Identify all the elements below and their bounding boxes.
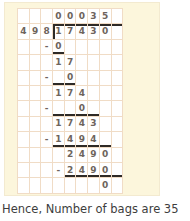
grid-cell	[88, 86, 100, 101]
grid-cell: 0	[53, 9, 65, 24]
grid-cell	[30, 71, 42, 86]
grid-cell	[30, 163, 42, 178]
grid-cell	[18, 148, 30, 163]
grid-cell: 7	[65, 86, 77, 101]
grid-cell	[41, 178, 53, 193]
grid-cell	[30, 55, 42, 70]
grid-cell	[30, 9, 42, 24]
grid-cell: 3	[88, 117, 100, 132]
grid-cell	[41, 117, 53, 132]
grid-cell	[88, 178, 100, 193]
grid-cell: 0	[76, 9, 88, 24]
grid-cell: -	[41, 40, 53, 55]
grid-cell	[30, 86, 42, 101]
grid-cell: 9	[76, 132, 88, 147]
grid-cell: 9	[30, 24, 42, 39]
grid-cell	[65, 40, 77, 55]
grid-cell	[18, 86, 30, 101]
grid-cell	[112, 40, 124, 55]
grid-cell	[53, 101, 65, 116]
grid-cell	[112, 24, 124, 39]
long-division-grid: 0003549817430-017-0174-01743-14942490-24…	[17, 8, 123, 194]
worksheet-panel: 0003549817430-017-0174-01743-14942490-24…	[4, 2, 160, 196]
grid-cell	[41, 163, 53, 178]
grid-cell	[112, 148, 124, 163]
grid-cell	[76, 55, 88, 70]
grid-cell: 7	[65, 24, 77, 39]
grid-cell: 0	[100, 148, 112, 163]
grid-cell: 7	[65, 117, 77, 132]
grid-cell	[88, 55, 100, 70]
conclusion-text: Hence, Number of bags are 35	[2, 202, 190, 216]
grid-cell	[100, 132, 112, 147]
grid-cell	[18, 9, 30, 24]
grid-cell: 4	[76, 24, 88, 39]
grid-cell: 1	[53, 55, 65, 70]
grid-cell	[100, 55, 112, 70]
grid-cell: 0	[65, 9, 77, 24]
grid-cell: 0	[53, 40, 65, 55]
grid-cell	[112, 178, 124, 193]
grid-cell: 4	[76, 117, 88, 132]
grid-cell: 4	[76, 86, 88, 101]
grid-cell: 0	[100, 24, 112, 39]
grid-cell	[76, 71, 88, 86]
grid-cell: 4	[76, 148, 88, 163]
grid-cell	[76, 178, 88, 193]
grid-cell: 0	[100, 163, 112, 178]
grid-cell	[53, 178, 65, 193]
grid-cell: 2	[65, 163, 77, 178]
grid-cell	[30, 132, 42, 147]
grid-cell: 1	[53, 117, 65, 132]
grid-cell: 4	[88, 132, 100, 147]
grid-cell	[18, 55, 30, 70]
grid-cell: 9	[88, 163, 100, 178]
grid-cell	[53, 71, 65, 86]
grid-cell	[88, 101, 100, 116]
grid-cell	[18, 163, 30, 178]
grid-cell	[30, 101, 42, 116]
grid-cell: 1	[53, 86, 65, 101]
grid-cell: 1	[53, 24, 65, 39]
grid-cell	[100, 71, 112, 86]
grid-cell	[18, 117, 30, 132]
grid-cell	[112, 71, 124, 86]
grid-cell	[53, 148, 65, 163]
grid-cell: -	[41, 101, 53, 116]
grid-cell	[18, 40, 30, 55]
grid-cell: 4	[76, 163, 88, 178]
grid-cell	[30, 148, 42, 163]
grid-cell	[41, 55, 53, 70]
grid-cell: -	[41, 132, 53, 147]
grid-cell	[41, 9, 53, 24]
grid-cell: 5	[100, 9, 112, 24]
grid-cell	[100, 117, 112, 132]
grid-cell	[112, 86, 124, 101]
grid-cell	[65, 101, 77, 116]
grid-cell	[112, 9, 124, 24]
grid-cell: 1	[53, 132, 65, 147]
grid-cell	[88, 40, 100, 55]
grid-cell: 0	[100, 178, 112, 193]
grid-cell	[112, 163, 124, 178]
grid-cell: 8	[41, 24, 53, 39]
grid-cell	[100, 101, 112, 116]
grid-cell: 2	[65, 148, 77, 163]
grid-cell: -	[41, 71, 53, 86]
grid-cell	[100, 40, 112, 55]
grid-cell	[18, 101, 30, 116]
grid-cell: 3	[88, 24, 100, 39]
grid-cell	[18, 71, 30, 86]
grid-cell: 0	[65, 71, 77, 86]
grid-cell: -	[53, 163, 65, 178]
grid-cell	[112, 55, 124, 70]
grid-cell	[30, 117, 42, 132]
grid-cell	[88, 71, 100, 86]
worksheet: 0003549817430-017-0174-01743-14942490-24…	[0, 0, 190, 221]
grid-cell	[76, 40, 88, 55]
grid-cell: 4	[65, 132, 77, 147]
grid-cell	[41, 86, 53, 101]
grid-cell	[112, 132, 124, 147]
grid-cell	[100, 86, 112, 101]
grid-cell: 3	[88, 9, 100, 24]
grid-cell: 4	[18, 24, 30, 39]
grid-cell	[112, 101, 124, 116]
grid-cell	[112, 117, 124, 132]
grid-cell	[65, 178, 77, 193]
grid-cell	[41, 148, 53, 163]
grid-cell	[18, 132, 30, 147]
grid-cell	[18, 178, 30, 193]
grid-cell: 0	[76, 101, 88, 116]
grid-cell	[30, 40, 42, 55]
grid-cell: 7	[65, 55, 77, 70]
grid-cell	[30, 178, 42, 193]
grid-cell: 9	[88, 148, 100, 163]
